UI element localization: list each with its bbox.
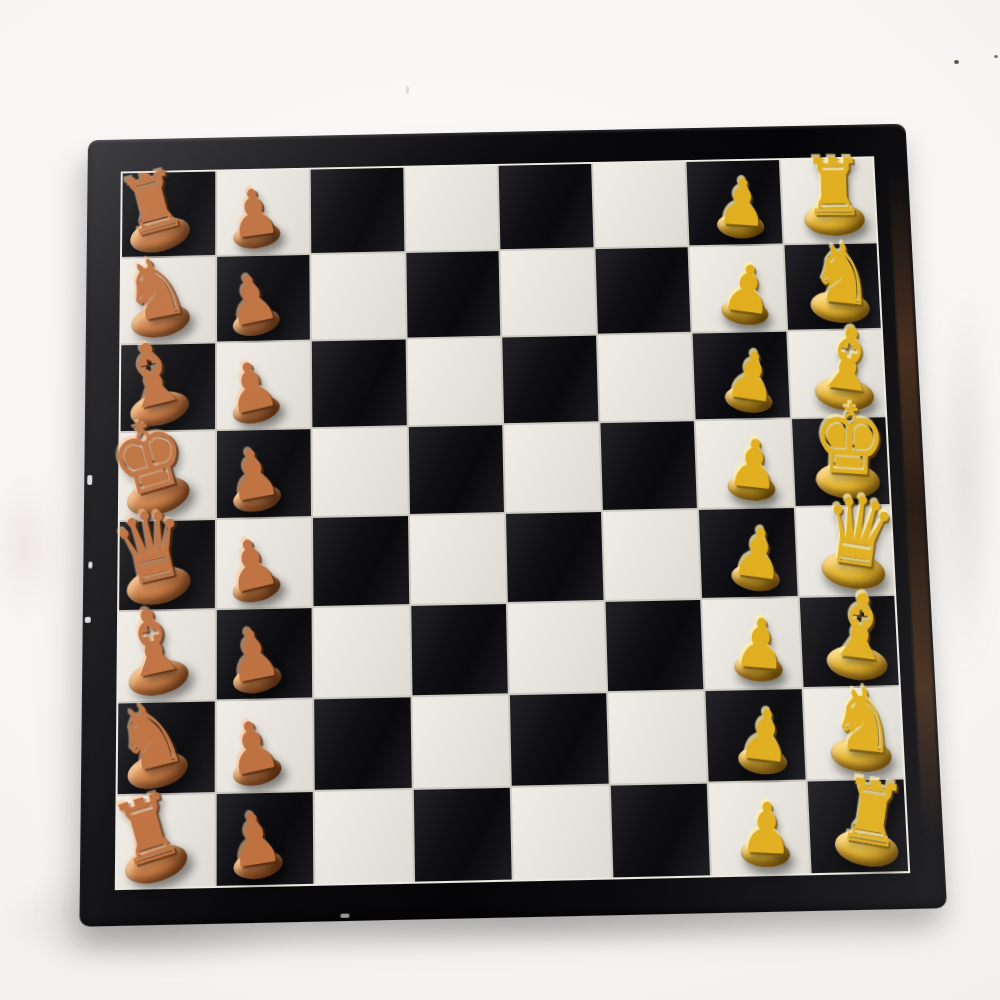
- square-a5[interactable]: [413, 788, 511, 882]
- piece-gold-rook[interactable]: ♜: [816, 771, 924, 874]
- pawn-glyph: ♟: [220, 711, 284, 785]
- rook-glyph: ♜: [801, 151, 866, 224]
- piece-copper-pawn[interactable]: ♟: [200, 352, 305, 433]
- king-glyph: ♚: [810, 394, 888, 487]
- square-g6[interactable]: [311, 253, 405, 339]
- rook-glyph: ♜: [105, 782, 190, 878]
- square-c6[interactable]: [314, 606, 410, 697]
- knight-glyph: ♞: [109, 688, 192, 783]
- bishop-glyph: ♝: [822, 582, 898, 672]
- pawn-glyph: ♟: [715, 172, 769, 234]
- square-e6[interactable]: [312, 427, 407, 516]
- square-d2[interactable]: ♟: [699, 508, 797, 598]
- photo-scene: ♜♟♟♜♞♟♟♞♝♟♟♝♚♟♟♚♛♟♟♛♝♟♟♝♞♟♟♞♜♟♟♜: [0, 0, 1000, 1000]
- queen-glyph: ♛: [816, 483, 900, 580]
- square-f7[interactable]: ♟: [217, 341, 311, 429]
- paint-chip: [340, 914, 349, 918]
- pawn-glyph: ♟: [732, 611, 788, 678]
- background-speck: [994, 55, 998, 58]
- pawn-glyph: ♟: [225, 181, 283, 246]
- rook-glyph: ♜: [833, 768, 910, 858]
- piece-copper-pawn[interactable]: ♟: [202, 441, 305, 519]
- knight-glyph: ♞: [827, 676, 900, 763]
- square-b5[interactable]: [412, 695, 510, 788]
- square-c7[interactable]: ♟: [216, 608, 312, 699]
- square-d4[interactable]: [506, 512, 603, 602]
- pawn-glyph: ♟: [220, 352, 283, 422]
- pawn-glyph: ♟: [220, 529, 284, 601]
- square-f5[interactable]: [407, 338, 502, 426]
- square-e3[interactable]: [600, 421, 697, 510]
- square-f3[interactable]: [597, 334, 693, 422]
- piece-copper-pawn[interactable]: ♟: [200, 711, 307, 795]
- piece-gold-pawn[interactable]: ♟: [714, 703, 816, 779]
- square-b7[interactable]: ♟: [216, 699, 313, 792]
- pawn-glyph: ♟: [725, 432, 782, 498]
- square-h2[interactable]: ♟: [686, 160, 782, 245]
- pawn-glyph: ♟: [739, 795, 794, 862]
- queen-glyph: ♛: [106, 496, 196, 598]
- square-f6[interactable]: [312, 340, 406, 428]
- piece-gold-rook[interactable]: ♜: [786, 156, 881, 236]
- square-g7[interactable]: ♟: [217, 255, 310, 341]
- rook-glyph: ♜: [113, 161, 192, 247]
- square-a8[interactable]: ♜: [117, 794, 214, 888]
- bishop-glyph: ♝: [111, 595, 194, 690]
- square-b6[interactable]: [314, 697, 411, 790]
- pawn-glyph: ♟: [719, 257, 777, 323]
- square-a2[interactable]: ♟: [709, 782, 809, 876]
- piece-copper-rook[interactable]: ♜: [91, 783, 208, 896]
- piece-copper-pawn[interactable]: ♟: [201, 620, 306, 702]
- piece-gold-pawn[interactable]: ♟: [697, 258, 797, 331]
- square-c5[interactable]: [411, 604, 508, 695]
- piece-copper-pawn[interactable]: ♟: [201, 266, 304, 345]
- pawn-glyph: ♟: [736, 702, 795, 771]
- piece-gold-pawn[interactable]: ♟: [710, 613, 809, 685]
- piece-copper-pawn[interactable]: ♟: [200, 529, 306, 612]
- square-a4[interactable]: [512, 786, 611, 880]
- square-g2[interactable]: ♟: [690, 245, 786, 331]
- piece-copper-pawn[interactable]: ♟: [205, 182, 304, 254]
- piece-gold-pawn[interactable]: ♟: [707, 521, 809, 597]
- square-b3[interactable]: [608, 691, 707, 783]
- square-e4[interactable]: [504, 423, 600, 512]
- square-h4[interactable]: [499, 164, 593, 249]
- pawn-glyph: ♟: [722, 343, 781, 410]
- square-d7[interactable]: ♟: [216, 518, 311, 608]
- piece-gold-pawn[interactable]: ♟: [717, 799, 816, 870]
- square-d3[interactable]: [602, 510, 700, 600]
- board-grid: ♜♟♟♜♞♟♟♞♝♟♟♝♚♟♟♚♛♟♟♛♝♟♟♝♞♟♟♞♜♟♟♜: [115, 156, 910, 890]
- piece-copper-pawn[interactable]: ♟: [203, 805, 308, 886]
- square-h6[interactable]: [311, 168, 404, 253]
- paint-chip: [85, 617, 91, 623]
- pawn-glyph: ♟: [224, 804, 286, 876]
- pawn-glyph: ♟: [223, 441, 284, 510]
- square-a3[interactable]: [610, 784, 710, 878]
- square-b2[interactable]: ♟: [705, 689, 805, 781]
- knight-glyph: ♞: [117, 245, 194, 332]
- square-f4[interactable]: [502, 336, 598, 424]
- piece-gold-pawn[interactable]: ♟: [704, 434, 803, 506]
- pawn-glyph: ♟: [221, 266, 283, 335]
- square-g5[interactable]: [406, 251, 500, 337]
- square-e7[interactable]: ♟: [216, 429, 311, 518]
- chess-board: ♜♟♟♜♞♟♟♞♝♟♟♝♚♟♟♚♛♟♟♛♝♟♟♝♞♟♟♞♜♟♟♜: [79, 124, 947, 927]
- square-g3[interactable]: [595, 247, 691, 333]
- square-c4[interactable]: [508, 602, 606, 693]
- paint-chip: [88, 561, 92, 568]
- square-a6[interactable]: [315, 790, 413, 884]
- square-d5[interactable]: [410, 514, 506, 604]
- background-speck: [406, 86, 409, 94]
- square-h7[interactable]: ♟: [217, 170, 310, 255]
- piece-gold-pawn[interactable]: ♟: [694, 175, 789, 241]
- square-b4[interactable]: [510, 693, 608, 785]
- square-h5[interactable]: [405, 166, 499, 251]
- board-frame: ♜♟♟♜♞♟♟♞♝♟♟♝♚♟♟♚♛♟♟♛♝♟♟♝♞♟♟♞♜♟♟♜: [79, 124, 947, 927]
- square-h3[interactable]: [593, 162, 688, 247]
- background-speck: [954, 60, 959, 64]
- square-a7[interactable]: ♟: [216, 792, 313, 886]
- pawn-glyph: ♟: [222, 620, 285, 692]
- knight-glyph: ♞: [807, 233, 878, 315]
- square-g4[interactable]: [500, 249, 595, 335]
- square-c2[interactable]: ♟: [702, 598, 801, 689]
- piece-gold-pawn[interactable]: ♟: [701, 344, 802, 419]
- paint-chip: [87, 475, 92, 485]
- square-c3[interactable]: [605, 600, 703, 691]
- square-e2[interactable]: ♟: [696, 419, 794, 508]
- square-a1[interactable]: ♜: [807, 779, 908, 873]
- pawn-glyph: ♟: [729, 520, 788, 588]
- background-smudge: [0, 430, 80, 660]
- square-e5[interactable]: [408, 425, 504, 514]
- square-f2[interactable]: ♟: [693, 332, 790, 420]
- square-d6[interactable]: [313, 516, 409, 606]
